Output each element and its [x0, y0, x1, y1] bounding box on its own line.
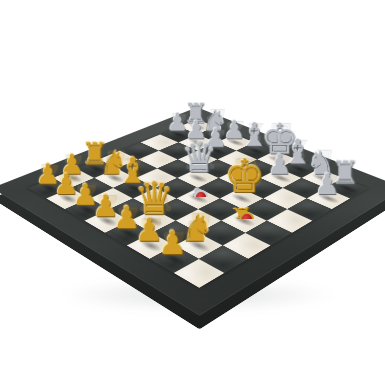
queen-glyph: ♛ [181, 138, 212, 179]
chess-set-photo: ♜♜♞♞♟♟♝♝♚♚♝♝♞♞♜♜♟♟♟♟♟♟♟♟♟♟♛♛♚♚♟♜♜♜♞♞♝♝♟♟… [0, 0, 385, 385]
pawn-glyph: ♟ [154, 227, 191, 260]
pawn-glyph: ♟ [311, 170, 344, 199]
pawn-glyph: ♟ [264, 151, 295, 178]
king-glyph: ♚ [224, 153, 257, 199]
pieces-layer: ♜♜♞♞♟♟♝♝♚♚♝♝♞♞♜♜♟♟♟♟♟♟♟♟♟♟♛♛♚♚♟♜♜♜♞♞♝♝♟♟… [28, 119, 367, 288]
chess-board: ♜♜♞♞♟♟♝♝♚♚♝♝♞♞♜♜♟♟♟♟♟♟♟♟♟♟♛♛♚♚♟♜♜♜♞♞♝♝♟♟… [28, 119, 367, 288]
